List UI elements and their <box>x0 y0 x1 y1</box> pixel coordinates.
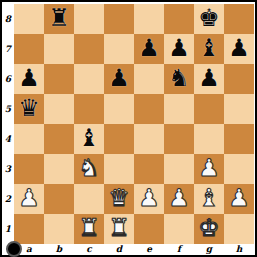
square-h8[interactable] <box>224 4 254 34</box>
black-to-move-indicator <box>6 241 22 257</box>
white-pawn[interactable]: ♟ <box>224 184 254 214</box>
square-a3[interactable] <box>14 154 44 184</box>
square-d5[interactable] <box>104 94 134 124</box>
square-f2[interactable]: ♟ <box>164 184 194 214</box>
square-g8[interactable]: ♚ <box>194 4 224 34</box>
white-queen[interactable]: ♛ <box>104 184 134 214</box>
file-label-e: e <box>134 244 164 255</box>
board-margin: 87654321 ♜♚♟♟♝♟♟♟♞♟♛♝♞♟♟♛♟♟♝♟♜♜♚ abcdefg… <box>2 2 255 255</box>
rank-label-5: 5 <box>2 94 14 124</box>
square-a6[interactable]: ♟ <box>14 64 44 94</box>
square-e5[interactable] <box>134 94 164 124</box>
square-d1[interactable]: ♜ <box>104 214 134 244</box>
rank-label-1: 1 <box>2 214 14 244</box>
square-f6[interactable]: ♞ <box>164 64 194 94</box>
rank-labels: 87654321 <box>2 4 14 244</box>
square-g3[interactable]: ♟ <box>194 154 224 184</box>
square-a5[interactable]: ♛ <box>14 94 44 124</box>
square-g5[interactable] <box>194 94 224 124</box>
file-label-d: d <box>104 244 134 255</box>
square-f8[interactable] <box>164 4 194 34</box>
square-f1[interactable] <box>164 214 194 244</box>
square-d8[interactable] <box>104 4 134 34</box>
file-label-g: g <box>194 244 224 255</box>
white-bishop[interactable]: ♝ <box>194 184 224 214</box>
white-rook[interactable]: ♜ <box>104 214 134 244</box>
file-label-f: f <box>164 244 194 255</box>
file-labels: abcdefgh <box>14 244 254 255</box>
black-pawn[interactable]: ♟ <box>104 64 134 94</box>
square-c3[interactable]: ♞ <box>74 154 104 184</box>
white-king[interactable]: ♚ <box>194 214 224 244</box>
square-b3[interactable] <box>44 154 74 184</box>
square-a8[interactable] <box>14 4 44 34</box>
square-c7[interactable] <box>74 34 104 64</box>
square-f5[interactable] <box>164 94 194 124</box>
square-c6[interactable] <box>74 64 104 94</box>
square-c5[interactable] <box>74 94 104 124</box>
square-c8[interactable] <box>74 4 104 34</box>
square-b7[interactable] <box>44 34 74 64</box>
square-c2[interactable] <box>74 184 104 214</box>
square-h5[interactable] <box>224 94 254 124</box>
chess-diagram: 87654321 ♜♚♟♟♝♟♟♟♞♟♛♝♞♟♟♛♟♟♝♟♜♜♚ abcdefg… <box>0 0 257 257</box>
square-d6[interactable]: ♟ <box>104 64 134 94</box>
square-d4[interactable] <box>104 124 134 154</box>
white-pawn[interactable]: ♟ <box>14 184 44 214</box>
square-g7[interactable]: ♝ <box>194 34 224 64</box>
square-c1[interactable]: ♜ <box>74 214 104 244</box>
black-king[interactable]: ♚ <box>194 4 224 34</box>
black-pawn[interactable]: ♟ <box>134 34 164 64</box>
rank-label-6: 6 <box>2 64 14 94</box>
square-e4[interactable] <box>134 124 164 154</box>
file-label-c: c <box>74 244 104 255</box>
rank-label-2: 2 <box>2 184 14 214</box>
square-g2[interactable]: ♝ <box>194 184 224 214</box>
square-e7[interactable]: ♟ <box>134 34 164 64</box>
square-b1[interactable] <box>44 214 74 244</box>
white-pawn[interactable]: ♟ <box>194 154 224 184</box>
square-a7[interactable] <box>14 34 44 64</box>
square-f7[interactable]: ♟ <box>164 34 194 64</box>
rank-label-3: 3 <box>2 154 14 184</box>
file-label-b: b <box>44 244 74 255</box>
square-e1[interactable] <box>134 214 164 244</box>
square-h2[interactable]: ♟ <box>224 184 254 214</box>
square-b5[interactable] <box>44 94 74 124</box>
square-a2[interactable]: ♟ <box>14 184 44 214</box>
black-bishop[interactable]: ♝ <box>194 34 224 64</box>
square-d3[interactable] <box>104 154 134 184</box>
black-pawn[interactable]: ♟ <box>224 34 254 64</box>
square-b2[interactable] <box>44 184 74 214</box>
square-h1[interactable] <box>224 214 254 244</box>
square-g6[interactable]: ♟ <box>194 64 224 94</box>
file-label-h: h <box>224 244 254 255</box>
white-rook[interactable]: ♜ <box>74 214 104 244</box>
rank-label-8: 8 <box>2 4 14 34</box>
square-d7[interactable] <box>104 34 134 64</box>
square-b6[interactable] <box>44 64 74 94</box>
square-b4[interactable] <box>44 124 74 154</box>
square-e2[interactable]: ♟ <box>134 184 164 214</box>
square-c4[interactable]: ♝ <box>74 124 104 154</box>
square-f3[interactable] <box>164 154 194 184</box>
chess-board: ♜♚♟♟♝♟♟♟♞♟♛♝♞♟♟♛♟♟♝♟♜♜♚ <box>14 4 254 244</box>
square-e8[interactable] <box>134 4 164 34</box>
square-a1[interactable] <box>14 214 44 244</box>
black-pawn[interactable]: ♟ <box>164 34 194 64</box>
square-g4[interactable] <box>194 124 224 154</box>
rank-label-4: 4 <box>2 124 14 154</box>
square-h3[interactable] <box>224 154 254 184</box>
square-h4[interactable] <box>224 124 254 154</box>
square-h6[interactable] <box>224 64 254 94</box>
square-b8[interactable]: ♜ <box>44 4 74 34</box>
black-rook[interactable]: ♜ <box>44 4 74 34</box>
square-e6[interactable] <box>134 64 164 94</box>
rank-label-7: 7 <box>2 34 14 64</box>
black-queen[interactable]: ♛ <box>14 94 44 124</box>
white-knight[interactable]: ♞ <box>74 154 104 184</box>
white-pawn[interactable]: ♟ <box>134 184 164 214</box>
square-f4[interactable] <box>164 124 194 154</box>
square-g1[interactable]: ♚ <box>194 214 224 244</box>
black-pawn[interactable]: ♟ <box>194 64 224 94</box>
black-pawn[interactable]: ♟ <box>14 64 44 94</box>
black-knight[interactable]: ♞ <box>164 64 194 94</box>
white-pawn[interactable]: ♟ <box>164 184 194 214</box>
square-e3[interactable] <box>134 154 164 184</box>
square-h7[interactable]: ♟ <box>224 34 254 64</box>
square-a4[interactable] <box>14 124 44 154</box>
black-bishop[interactable]: ♝ <box>74 124 104 154</box>
square-d2[interactable]: ♛ <box>104 184 134 214</box>
